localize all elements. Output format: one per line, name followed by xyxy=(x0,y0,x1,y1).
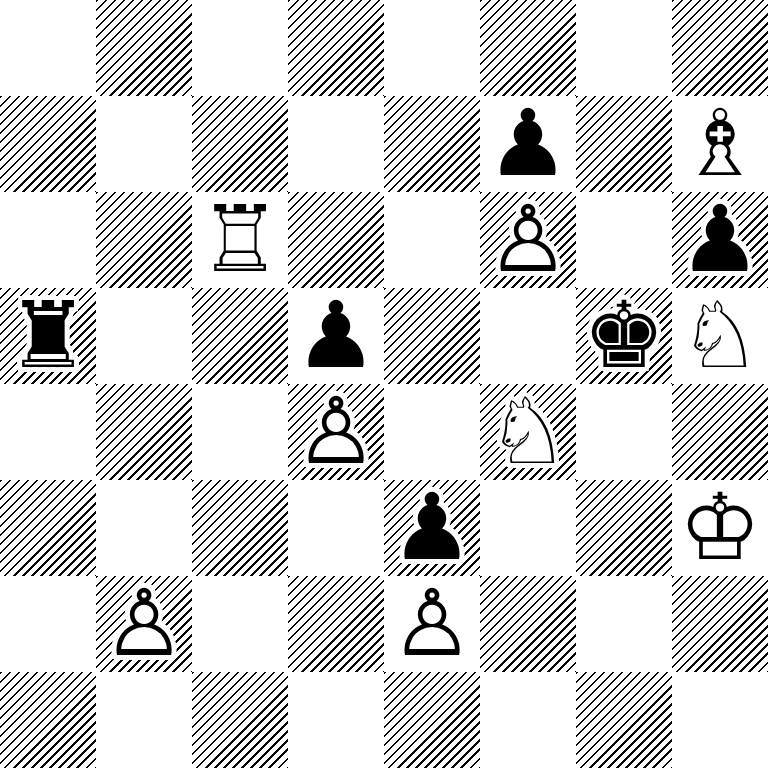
knight-icon: ♘ xyxy=(480,384,576,480)
square-g5[interactable]: ♚ xyxy=(576,288,672,384)
black-pawn: ♟ xyxy=(384,480,480,576)
pawn-icon: ♟ xyxy=(672,192,768,288)
square-g6[interactable] xyxy=(576,192,672,288)
square-d1[interactable] xyxy=(288,672,384,768)
square-g4[interactable] xyxy=(576,384,672,480)
square-c2[interactable] xyxy=(192,576,288,672)
square-e7[interactable] xyxy=(384,96,480,192)
square-d5[interactable]: ♟ xyxy=(288,288,384,384)
square-f8[interactable] xyxy=(480,0,576,96)
knight-icon: ♘ xyxy=(672,288,768,384)
square-e5[interactable] xyxy=(384,288,480,384)
square-d6[interactable] xyxy=(288,192,384,288)
bishop-icon: ♗ xyxy=(672,96,768,192)
square-c4[interactable] xyxy=(192,384,288,480)
square-d8[interactable] xyxy=(288,0,384,96)
square-h8[interactable] xyxy=(672,0,768,96)
square-h5[interactable]: ♞♘ xyxy=(672,288,768,384)
square-b8[interactable] xyxy=(96,0,192,96)
square-f5[interactable] xyxy=(480,288,576,384)
black-king: ♚ xyxy=(576,288,672,384)
white-knight: ♞♘ xyxy=(480,384,576,480)
square-b7[interactable] xyxy=(96,96,192,192)
square-f6[interactable]: ♟♙ xyxy=(480,192,576,288)
square-d2[interactable] xyxy=(288,576,384,672)
square-a7[interactable] xyxy=(0,96,96,192)
square-a8[interactable] xyxy=(0,0,96,96)
black-pawn: ♟ xyxy=(480,96,576,192)
square-a4[interactable] xyxy=(0,384,96,480)
square-a5[interactable]: ♜ xyxy=(0,288,96,384)
rook-icon: ♜ xyxy=(0,288,96,384)
square-a1[interactable] xyxy=(0,672,96,768)
pawn-icon: ♟ xyxy=(384,480,480,576)
square-d7[interactable] xyxy=(288,96,384,192)
square-b3[interactable] xyxy=(96,480,192,576)
pawn-icon: ♟ xyxy=(288,288,384,384)
square-d3[interactable] xyxy=(288,480,384,576)
square-e6[interactable] xyxy=(384,192,480,288)
pawn-icon: ♟ xyxy=(480,96,576,192)
square-c1[interactable] xyxy=(192,672,288,768)
square-g2[interactable] xyxy=(576,576,672,672)
square-g3[interactable] xyxy=(576,480,672,576)
square-e8[interactable] xyxy=(384,0,480,96)
square-f4[interactable]: ♞♘ xyxy=(480,384,576,480)
white-pawn: ♟♙ xyxy=(384,576,480,672)
square-h2[interactable] xyxy=(672,576,768,672)
square-a3[interactable] xyxy=(0,480,96,576)
white-pawn: ♟♙ xyxy=(96,576,192,672)
square-h7[interactable]: ♝♗ xyxy=(672,96,768,192)
pawn-icon: ♙ xyxy=(384,576,480,672)
square-f1[interactable] xyxy=(480,672,576,768)
white-rook: ♜♖ xyxy=(192,192,288,288)
square-g8[interactable] xyxy=(576,0,672,96)
square-b2[interactable]: ♟♙ xyxy=(96,576,192,672)
square-b5[interactable] xyxy=(96,288,192,384)
square-b4[interactable] xyxy=(96,384,192,480)
rook-icon: ♖ xyxy=(192,192,288,288)
square-d4[interactable]: ♟♙ xyxy=(288,384,384,480)
pawn-icon: ♙ xyxy=(96,576,192,672)
chess-board: ♟♝♗♜♖♟♙♟♜♟♚♞♘♟♙♞♘♟♚♔♟♙♟♙ xyxy=(0,0,768,768)
square-f3[interactable] xyxy=(480,480,576,576)
square-b6[interactable] xyxy=(96,192,192,288)
square-f2[interactable] xyxy=(480,576,576,672)
black-rook: ♜ xyxy=(0,288,96,384)
white-bishop: ♝♗ xyxy=(672,96,768,192)
square-e4[interactable] xyxy=(384,384,480,480)
pawn-icon: ♙ xyxy=(480,192,576,288)
square-c6[interactable]: ♜♖ xyxy=(192,192,288,288)
square-e3[interactable]: ♟ xyxy=(384,480,480,576)
white-king: ♚♔ xyxy=(672,480,768,576)
king-icon: ♔ xyxy=(672,480,768,576)
square-b1[interactable] xyxy=(96,672,192,768)
black-pawn: ♟ xyxy=(672,192,768,288)
white-pawn: ♟♙ xyxy=(480,192,576,288)
black-pawn: ♟ xyxy=(288,288,384,384)
square-h4[interactable] xyxy=(672,384,768,480)
square-c5[interactable] xyxy=(192,288,288,384)
square-h1[interactable] xyxy=(672,672,768,768)
square-h6[interactable]: ♟ xyxy=(672,192,768,288)
square-c3[interactable] xyxy=(192,480,288,576)
square-g7[interactable] xyxy=(576,96,672,192)
pawn-icon: ♙ xyxy=(288,384,384,480)
square-g1[interactable] xyxy=(576,672,672,768)
square-a2[interactable] xyxy=(0,576,96,672)
square-c7[interactable] xyxy=(192,96,288,192)
king-icon: ♚ xyxy=(576,288,672,384)
square-a6[interactable] xyxy=(0,192,96,288)
square-e2[interactable]: ♟♙ xyxy=(384,576,480,672)
white-pawn: ♟♙ xyxy=(288,384,384,480)
square-e1[interactable] xyxy=(384,672,480,768)
square-c8[interactable] xyxy=(192,0,288,96)
white-knight: ♞♘ xyxy=(672,288,768,384)
square-f7[interactable]: ♟ xyxy=(480,96,576,192)
square-h3[interactable]: ♚♔ xyxy=(672,480,768,576)
